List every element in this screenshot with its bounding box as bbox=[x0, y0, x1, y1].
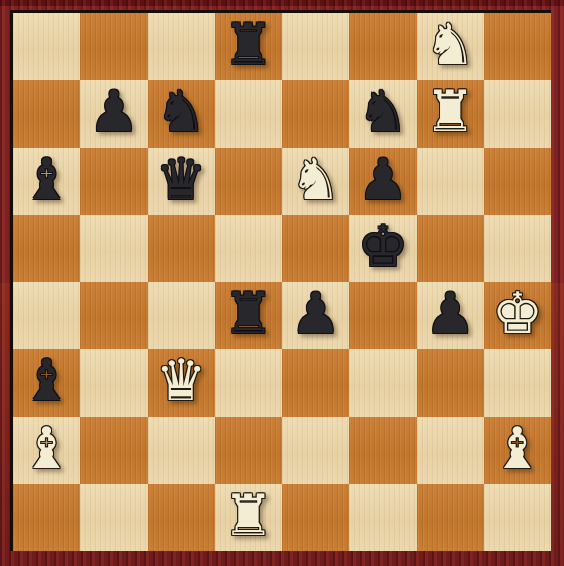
square-a8[interactable] bbox=[13, 13, 80, 80]
square-c2[interactable] bbox=[148, 417, 215, 484]
square-d3[interactable] bbox=[215, 349, 282, 416]
square-b3[interactable] bbox=[80, 349, 147, 416]
square-g5[interactable] bbox=[417, 215, 484, 282]
square-b2[interactable] bbox=[80, 417, 147, 484]
square-d7[interactable] bbox=[215, 80, 282, 147]
piece-black-knight[interactable]: ♞ bbox=[357, 83, 408, 140]
square-c3[interactable]: ♛ bbox=[148, 349, 215, 416]
square-h6[interactable] bbox=[484, 148, 551, 215]
piece-black-king[interactable]: ♚ bbox=[357, 218, 408, 275]
square-g4[interactable]: ♟ bbox=[417, 282, 484, 349]
square-f2[interactable] bbox=[349, 417, 416, 484]
square-g2[interactable] bbox=[417, 417, 484, 484]
square-f3[interactable] bbox=[349, 349, 416, 416]
square-d2[interactable] bbox=[215, 417, 282, 484]
square-h3[interactable] bbox=[484, 349, 551, 416]
piece-white-knight[interactable]: ♞ bbox=[290, 151, 341, 208]
square-b4[interactable] bbox=[80, 282, 147, 349]
square-c7[interactable]: ♞ bbox=[148, 80, 215, 147]
square-g3[interactable] bbox=[417, 349, 484, 416]
chess-board: ♜♞♟♞♞♜♝♛♞♟♚♜♟♟♚♝♛♝♝♜ bbox=[13, 13, 551, 551]
piece-black-knight[interactable]: ♞ bbox=[156, 83, 207, 140]
piece-black-pawn[interactable]: ♟ bbox=[290, 285, 341, 342]
square-a2[interactable]: ♝ bbox=[13, 417, 80, 484]
square-c6[interactable]: ♛ bbox=[148, 148, 215, 215]
square-c8[interactable] bbox=[148, 13, 215, 80]
piece-white-bishop[interactable]: ♝ bbox=[21, 420, 72, 477]
square-d4[interactable]: ♜ bbox=[215, 282, 282, 349]
square-f8[interactable] bbox=[349, 13, 416, 80]
square-b7[interactable]: ♟ bbox=[80, 80, 147, 147]
square-f4[interactable] bbox=[349, 282, 416, 349]
square-f7[interactable]: ♞ bbox=[349, 80, 416, 147]
piece-white-bishop[interactable]: ♝ bbox=[492, 420, 543, 477]
square-c4[interactable] bbox=[148, 282, 215, 349]
piece-black-rook[interactable]: ♜ bbox=[223, 285, 274, 342]
square-g7[interactable]: ♜ bbox=[417, 80, 484, 147]
square-h7[interactable] bbox=[484, 80, 551, 147]
square-h8[interactable] bbox=[484, 13, 551, 80]
square-e8[interactable] bbox=[282, 13, 349, 80]
square-a7[interactable] bbox=[13, 80, 80, 147]
square-h4[interactable]: ♚ bbox=[484, 282, 551, 349]
square-e3[interactable] bbox=[282, 349, 349, 416]
square-g1[interactable] bbox=[417, 484, 484, 551]
square-a3[interactable]: ♝ bbox=[13, 349, 80, 416]
square-d8[interactable]: ♜ bbox=[215, 13, 282, 80]
square-e5[interactable] bbox=[282, 215, 349, 282]
piece-white-king[interactable]: ♚ bbox=[492, 285, 543, 342]
square-e4[interactable]: ♟ bbox=[282, 282, 349, 349]
piece-black-pawn[interactable]: ♟ bbox=[357, 151, 408, 208]
piece-black-pawn[interactable]: ♟ bbox=[425, 285, 476, 342]
square-f6[interactable]: ♟ bbox=[349, 148, 416, 215]
piece-black-bishop[interactable]: ♝ bbox=[21, 151, 72, 208]
piece-black-bishop[interactable]: ♝ bbox=[21, 352, 72, 409]
square-b5[interactable] bbox=[80, 215, 147, 282]
piece-white-knight[interactable]: ♞ bbox=[425, 16, 476, 73]
square-d1[interactable]: ♜ bbox=[215, 484, 282, 551]
square-h5[interactable] bbox=[484, 215, 551, 282]
board-frame: ♜♞♟♞♞♜♝♛♞♟♚♜♟♟♚♝♛♝♝♜ bbox=[0, 0, 564, 566]
square-h2[interactable]: ♝ bbox=[484, 417, 551, 484]
piece-white-rook[interactable]: ♜ bbox=[223, 487, 274, 544]
square-g6[interactable] bbox=[417, 148, 484, 215]
square-a5[interactable] bbox=[13, 215, 80, 282]
square-a1[interactable] bbox=[13, 484, 80, 551]
piece-white-queen[interactable]: ♛ bbox=[156, 352, 207, 409]
square-e1[interactable] bbox=[282, 484, 349, 551]
piece-white-rook[interactable]: ♜ bbox=[425, 83, 476, 140]
piece-black-rook[interactable]: ♜ bbox=[223, 16, 274, 73]
square-b8[interactable] bbox=[80, 13, 147, 80]
square-d5[interactable] bbox=[215, 215, 282, 282]
square-h1[interactable] bbox=[484, 484, 551, 551]
square-e7[interactable] bbox=[282, 80, 349, 147]
piece-black-pawn[interactable]: ♟ bbox=[88, 83, 139, 140]
piece-black-queen[interactable]: ♛ bbox=[156, 151, 207, 208]
square-a4[interactable] bbox=[13, 282, 80, 349]
square-f5[interactable]: ♚ bbox=[349, 215, 416, 282]
square-b6[interactable] bbox=[80, 148, 147, 215]
square-c5[interactable] bbox=[148, 215, 215, 282]
board-inner-edge: ♜♞♟♞♞♜♝♛♞♟♚♜♟♟♚♝♛♝♝♜ bbox=[10, 10, 551, 551]
square-f1[interactable] bbox=[349, 484, 416, 551]
square-a6[interactable]: ♝ bbox=[13, 148, 80, 215]
square-c1[interactable] bbox=[148, 484, 215, 551]
square-e6[interactable]: ♞ bbox=[282, 148, 349, 215]
square-b1[interactable] bbox=[80, 484, 147, 551]
square-e2[interactable] bbox=[282, 417, 349, 484]
square-d6[interactable] bbox=[215, 148, 282, 215]
square-g8[interactable]: ♞ bbox=[417, 13, 484, 80]
